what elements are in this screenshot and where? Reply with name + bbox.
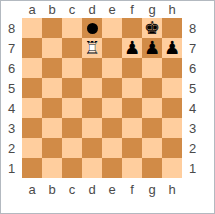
square-a8[interactable] [22, 18, 42, 38]
square-c4[interactable] [62, 98, 82, 118]
square-b3[interactable] [42, 118, 62, 138]
black-pawn[interactable]: ♟ [122, 38, 142, 58]
rank-label-5-left: 5 [1, 78, 22, 98]
square-g4[interactable] [142, 98, 162, 118]
square-g3[interactable] [142, 118, 162, 138]
rank-label-8-left: 8 [1, 18, 22, 38]
file-label-a-top: a [22, 1, 42, 18]
square-b2[interactable] [42, 138, 62, 158]
square-f2[interactable] [122, 138, 142, 158]
square-e3[interactable] [102, 118, 122, 138]
square-e5[interactable] [102, 78, 122, 98]
move-marker-dot [87, 23, 98, 34]
square-g6[interactable] [142, 58, 162, 78]
square-h4[interactable] [162, 98, 182, 118]
white-rook[interactable]: ♜♖ [82, 38, 102, 58]
black-pawn-glyph: ♟ [122, 38, 142, 58]
square-c1[interactable] [62, 158, 82, 178]
rank-label-7-left: 7 [1, 38, 22, 58]
rank-label-6-right: 6 [182, 58, 214, 78]
black-pawn-glyph: ♟ [142, 38, 162, 58]
square-g2[interactable] [142, 138, 162, 158]
square-e6[interactable] [102, 58, 122, 78]
rank-label-4-left: 4 [1, 98, 22, 118]
square-e7[interactable] [102, 38, 122, 58]
corner-bottom-right [182, 178, 214, 213]
square-d3[interactable] [82, 118, 102, 138]
white-rook-glyph: ♖ [82, 38, 102, 58]
square-f5[interactable] [122, 78, 142, 98]
file-label-e-top: e [102, 1, 122, 18]
square-a1[interactable] [22, 158, 42, 178]
square-c2[interactable] [62, 138, 82, 158]
black-king[interactable]: ♚ [142, 18, 162, 38]
file-label-h-top: h [162, 1, 182, 18]
rank-label-1-right: 1 [182, 158, 214, 178]
square-c3[interactable] [62, 118, 82, 138]
square-g5[interactable] [142, 78, 162, 98]
square-d5[interactable] [82, 78, 102, 98]
square-d2[interactable] [82, 138, 102, 158]
square-c5[interactable] [62, 78, 82, 98]
file-label-a-bottom: a [22, 178, 42, 213]
black-pawn[interactable]: ♟ [142, 38, 162, 58]
file-label-b-top: b [42, 1, 62, 18]
square-d1[interactable] [82, 158, 102, 178]
black-king-glyph: ♚ [142, 18, 162, 38]
square-h3[interactable] [162, 118, 182, 138]
square-a4[interactable] [22, 98, 42, 118]
square-b4[interactable] [42, 98, 62, 118]
square-d7[interactable]: ♜♖ [82, 38, 102, 58]
file-label-c-bottom: c [62, 178, 82, 213]
square-e8[interactable] [102, 18, 122, 38]
square-g8[interactable]: ♚ [142, 18, 162, 38]
square-b5[interactable] [42, 78, 62, 98]
square-f1[interactable] [122, 158, 142, 178]
square-a3[interactable] [22, 118, 42, 138]
square-h6[interactable] [162, 58, 182, 78]
rank-label-1-left: 1 [1, 158, 22, 178]
chess-diagram: abcdefgh8♚87♜♖♟♟♟7665544332211abcdefgh [0, 0, 215, 214]
rank-label-2-right: 2 [182, 138, 214, 158]
rank-label-4-right: 4 [182, 98, 214, 118]
rank-label-2-left: 2 [1, 138, 22, 158]
file-label-b-bottom: b [42, 178, 62, 213]
square-h5[interactable] [162, 78, 182, 98]
rank-label-5-right: 5 [182, 78, 214, 98]
file-label-f-top: f [122, 1, 142, 18]
square-c7[interactable] [62, 38, 82, 58]
file-label-c-top: c [62, 1, 82, 18]
square-f8[interactable] [122, 18, 142, 38]
rank-label-7-right: 7 [182, 38, 214, 58]
rank-label-8-right: 8 [182, 18, 214, 38]
square-d6[interactable] [82, 58, 102, 78]
square-e4[interactable] [102, 98, 122, 118]
file-label-f-bottom: f [122, 178, 142, 213]
square-b1[interactable] [42, 158, 62, 178]
black-pawn[interactable]: ♟ [162, 38, 182, 58]
corner-top-left [1, 1, 22, 18]
square-h7[interactable]: ♟ [162, 38, 182, 58]
square-f6[interactable] [122, 58, 142, 78]
square-g1[interactable] [142, 158, 162, 178]
square-a6[interactable] [22, 58, 42, 78]
file-label-d-top: d [82, 1, 102, 18]
rank-label-3-right: 3 [182, 118, 214, 138]
chess-board-grid: abcdefgh8♚87♜♖♟♟♟7665544332211abcdefgh [1, 1, 214, 213]
rank-label-3-left: 3 [1, 118, 22, 138]
square-h8[interactable] [162, 18, 182, 38]
corner-top-right [182, 1, 214, 18]
square-f7[interactable]: ♟ [122, 38, 142, 58]
corner-bottom-left [1, 178, 22, 213]
square-b8[interactable] [42, 18, 62, 38]
rank-label-6-left: 6 [1, 58, 22, 78]
file-label-h-bottom: h [162, 178, 182, 213]
square-e2[interactable] [102, 138, 122, 158]
square-d8[interactable] [82, 18, 102, 38]
square-d4[interactable] [82, 98, 102, 118]
square-b6[interactable] [42, 58, 62, 78]
square-h2[interactable] [162, 138, 182, 158]
file-label-d-bottom: d [82, 178, 102, 213]
square-h1[interactable] [162, 158, 182, 178]
square-a5[interactable] [22, 78, 42, 98]
square-e1[interactable] [102, 158, 122, 178]
square-c8[interactable] [62, 18, 82, 38]
square-b7[interactable] [42, 38, 62, 58]
square-c6[interactable] [62, 58, 82, 78]
square-a7[interactable] [22, 38, 42, 58]
square-g7[interactable]: ♟ [142, 38, 162, 58]
square-a2[interactable] [22, 138, 42, 158]
square-f4[interactable] [122, 98, 142, 118]
file-label-e-bottom: e [102, 178, 122, 213]
black-pawn-glyph: ♟ [162, 38, 182, 58]
square-f3[interactable] [122, 118, 142, 138]
file-label-g-bottom: g [142, 178, 162, 213]
file-label-g-top: g [142, 1, 162, 18]
